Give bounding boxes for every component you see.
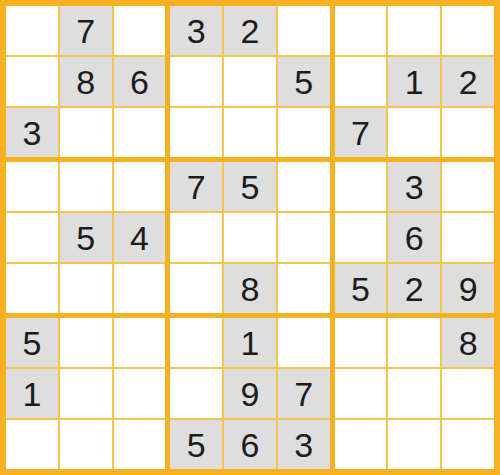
cell-r3c1: 3 [6, 108, 58, 157]
cell-r5c3: 4 [114, 213, 166, 262]
sudoku-board: 78633251275475836529511975638 [0, 0, 500, 475]
cell-r7c7[interactable] [335, 318, 387, 367]
cell-r9c8[interactable] [388, 420, 440, 469]
cell-r3c2[interactable] [60, 108, 112, 157]
cell-r6c2[interactable] [60, 264, 112, 313]
cell-r2c2: 8 [60, 57, 112, 106]
cell-r6c5: 8 [224, 264, 276, 313]
cell-r6c6[interactable] [278, 264, 330, 313]
cell-r8c8[interactable] [388, 369, 440, 418]
cell-r3c3[interactable] [114, 108, 166, 157]
cell-r8c4[interactable] [170, 369, 222, 418]
cell-r6c3[interactable] [114, 264, 166, 313]
box-2-3: 36529 [335, 162, 494, 313]
cell-r5c6[interactable] [278, 213, 330, 262]
cell-r9c1[interactable] [6, 420, 58, 469]
box-1-2: 325 [170, 6, 329, 157]
box-1-3: 127 [335, 6, 494, 157]
cell-r9c7[interactable] [335, 420, 387, 469]
cell-r6c8: 2 [388, 264, 440, 313]
cell-r6c4[interactable] [170, 264, 222, 313]
cell-r5c7[interactable] [335, 213, 387, 262]
cell-r1c3[interactable] [114, 6, 166, 55]
cell-r7c9: 8 [442, 318, 494, 367]
cell-r6c1[interactable] [6, 264, 58, 313]
cell-r8c2[interactable] [60, 369, 112, 418]
cell-r4c1[interactable] [6, 162, 58, 211]
cell-r4c3[interactable] [114, 162, 166, 211]
cell-r1c7[interactable] [335, 6, 387, 55]
cell-r8c1: 1 [6, 369, 58, 418]
cell-r7c1: 5 [6, 318, 58, 367]
cell-r2c9: 2 [442, 57, 494, 106]
cell-r9c4: 5 [170, 420, 222, 469]
cell-r8c5: 9 [224, 369, 276, 418]
cell-r3c5[interactable] [224, 108, 276, 157]
cell-r1c6[interactable] [278, 6, 330, 55]
cell-r7c4[interactable] [170, 318, 222, 367]
cell-r4c5: 5 [224, 162, 276, 211]
cell-r3c4[interactable] [170, 108, 222, 157]
box-3-1: 51 [6, 318, 165, 469]
cell-r9c6: 3 [278, 420, 330, 469]
cell-r8c7[interactable] [335, 369, 387, 418]
box-3-3: 8 [335, 318, 494, 469]
cell-r2c6: 5 [278, 57, 330, 106]
cell-r4c2[interactable] [60, 162, 112, 211]
box-2-1: 54 [6, 162, 165, 313]
cell-r7c5: 1 [224, 318, 276, 367]
box-1-1: 7863 [6, 6, 165, 157]
cell-r5c9[interactable] [442, 213, 494, 262]
cell-r9c2[interactable] [60, 420, 112, 469]
cell-r1c8[interactable] [388, 6, 440, 55]
cell-r5c2: 5 [60, 213, 112, 262]
cell-r5c4[interactable] [170, 213, 222, 262]
cell-r3c8[interactable] [388, 108, 440, 157]
cell-r7c8[interactable] [388, 318, 440, 367]
cell-r8c6: 7 [278, 369, 330, 418]
cell-r1c1[interactable] [6, 6, 58, 55]
cell-r1c9[interactable] [442, 6, 494, 55]
cell-r8c9[interactable] [442, 369, 494, 418]
cell-r2c3: 6 [114, 57, 166, 106]
cell-r9c9[interactable] [442, 420, 494, 469]
cell-r8c3[interactable] [114, 369, 166, 418]
cell-r1c4: 3 [170, 6, 222, 55]
cell-r6c7: 5 [335, 264, 387, 313]
cell-r3c7: 7 [335, 108, 387, 157]
cell-r4c8: 3 [388, 162, 440, 211]
cell-r4c9[interactable] [442, 162, 494, 211]
cell-r7c3[interactable] [114, 318, 166, 367]
cell-r7c6[interactable] [278, 318, 330, 367]
cell-r6c9: 9 [442, 264, 494, 313]
cell-r7c2[interactable] [60, 318, 112, 367]
cell-r2c4[interactable] [170, 57, 222, 106]
cell-r4c6[interactable] [278, 162, 330, 211]
cell-r5c5[interactable] [224, 213, 276, 262]
box-3-2: 197563 [170, 318, 329, 469]
box-2-2: 758 [170, 162, 329, 313]
cell-r9c3[interactable] [114, 420, 166, 469]
cell-r1c2: 7 [60, 6, 112, 55]
cell-r3c6[interactable] [278, 108, 330, 157]
cell-r2c5[interactable] [224, 57, 276, 106]
cell-r4c7[interactable] [335, 162, 387, 211]
cell-r2c1[interactable] [6, 57, 58, 106]
cell-r3c9[interactable] [442, 108, 494, 157]
cell-r5c1[interactable] [6, 213, 58, 262]
cell-r2c8: 1 [388, 57, 440, 106]
cell-r2c7[interactable] [335, 57, 387, 106]
cell-r9c5: 6 [224, 420, 276, 469]
cell-r1c5: 2 [224, 6, 276, 55]
cell-r4c4: 7 [170, 162, 222, 211]
cell-r5c8: 6 [388, 213, 440, 262]
